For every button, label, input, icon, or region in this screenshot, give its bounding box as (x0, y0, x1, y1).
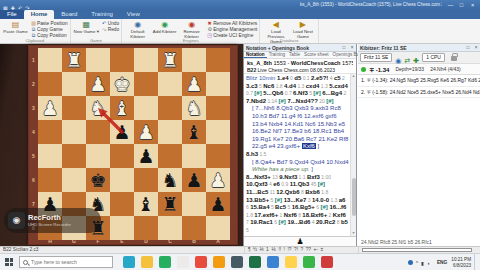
move-text[interactable]: 19...Bd6 (287, 219, 310, 225)
move-text[interactable]: 10.Qxf3 (246, 181, 268, 187)
taskbar-app-icon[interactable] (249, 256, 261, 268)
square-a2[interactable] (206, 72, 230, 96)
square-e4[interactable]: ♟ (110, 120, 134, 144)
square-b3[interactable]: ♞ (182, 96, 206, 120)
redo-button[interactable]: ↷Redo (101, 26, 119, 32)
square-c2[interactable] (158, 72, 182, 96)
square-a4[interactable] (206, 120, 230, 144)
show-desktop-button[interactable] (474, 254, 477, 270)
square-b5[interactable] (182, 144, 206, 168)
square-e7[interactable] (110, 192, 134, 216)
square-a7[interactable]: ♟ (206, 192, 230, 216)
default-kibitzer-icon: ◉ (134, 21, 141, 29)
header-text: 1575 (341, 60, 354, 66)
watermark-title: RecForth (28, 214, 71, 222)
move-text[interactable]: 15.Ba4 (250, 204, 269, 210)
notation-scrollbar[interactable]: ▲ ▼ (350, 74, 356, 236)
clock-time: 10:21 PM (451, 257, 471, 262)
piece-white-knight[interactable]: ♞ (185, 97, 202, 119)
move-text[interactable]: Nxf6 (284, 212, 297, 218)
move-text[interactable]: 17.exf6+ (254, 212, 278, 218)
button-label: Create UCI Engine (213, 33, 253, 38)
notation-block: Blitz 10min 1.e4 0 d5 0.1 2.e5?! 4 c5 2 … (246, 75, 349, 105)
move-annotation: 1.1 (297, 174, 307, 180)
move-annotation: 1.3 (296, 83, 306, 89)
minimize-button[interactable]: — (445, 0, 456, 10)
move-text[interactable]: 13...Ke7 (284, 197, 307, 203)
piece-white-pawn[interactable]: ♟ (137, 121, 154, 143)
ribbon-tab-view[interactable]: View (120, 10, 147, 19)
notation-tab-training[interactable]: Training (267, 52, 287, 58)
scroll-up-icon[interactable]: ▲ (351, 74, 356, 79)
piece-black-knight[interactable]: ♞ (161, 169, 178, 191)
square-c1[interactable]: ♜ (158, 48, 182, 72)
move-annotation: 1.8 (320, 189, 328, 195)
new-game--button[interactable]: ▦New Game ▾ (73, 20, 100, 38)
move-annotation: [#] (318, 181, 325, 187)
move-annotation: 2 (342, 90, 346, 96)
notation-block: 8...Nxf3+ 13 9.Nxf3 1.1 Bxf3 1:00 10.Qxf… (246, 174, 349, 235)
taskbar-app-icon[interactable] (267, 256, 279, 268)
move-annotation: Blitz 10min (246, 75, 277, 81)
taskbar-app-icon[interactable] (231, 256, 243, 268)
rank-label-4: 4 (29, 120, 38, 144)
move-text[interactable]: 14.0-0 (312, 197, 329, 203)
engine-status-dot (361, 67, 366, 72)
square-h6[interactable] (38, 168, 62, 192)
move-text[interactable]: 7...Nxd4?? (288, 98, 318, 104)
square-d7[interactable]: ♝ (134, 192, 158, 216)
engine-line[interactable]: 1. ∓ (-1.34): 24.Ng5 Nxg5 25.Rxg5 Ke6 26… (358, 75, 480, 87)
engine-progress-bar (362, 248, 472, 252)
square-b6[interactable]: ♟ (182, 168, 206, 192)
header-text: B22 (247, 67, 256, 73)
lock-icon[interactable] (451, 56, 457, 61)
square-h5[interactable] (38, 144, 62, 168)
move-text[interactable]: cxd4 (306, 83, 320, 89)
square-e3[interactable]: ♝ (110, 96, 134, 120)
move-annotation: 0.1 (301, 75, 311, 81)
move-text[interactable]: 6...Bg4 (322, 90, 342, 96)
move-list: Blitz 10min 1.e4 0 d5 0.1 2.e5?! 4 c5 2 … (244, 74, 351, 236)
move-annotation: [#] (313, 90, 322, 96)
players-line: ks_A_8th 1553 - WorldChessCoach 1575 ½-½ (247, 60, 353, 67)
square-e6[interactable] (110, 168, 134, 192)
move-text[interactable]: 3.c3 (246, 83, 258, 89)
notation-maximize-icon[interactable]: □ (340, 44, 348, 52)
piece-black-pawn[interactable]: ♟ (137, 145, 154, 167)
taskbar-app-icon[interactable] (123, 256, 135, 268)
maximize-button[interactable]: □ (456, 0, 467, 10)
paste-game-icon: ▤ (12, 21, 20, 29)
rank-label-2: 2 (29, 72, 38, 96)
piece-black-king[interactable]: ♚ (89, 169, 106, 191)
move-text[interactable]: 16.Bg5+ (292, 204, 315, 210)
engine-line[interactable]: 2. ∓ (-1.58): 24.Nd2 Nce5 25.dxe5+ Nxe5 … (358, 87, 480, 99)
square-g5[interactable] (62, 144, 86, 168)
move-text[interactable]: 16...f6 (329, 204, 346, 210)
redo-icon: ↷ (101, 27, 108, 33)
rank-label-6: 6 (29, 168, 38, 192)
button-label: Paste Position (37, 21, 68, 26)
move-annotation: White has a piece up. (252, 166, 310, 172)
notation-close-icon[interactable]: × (348, 44, 356, 52)
taskbar-app-icon[interactable] (303, 256, 315, 268)
move-annotation: 1.5 (258, 151, 266, 157)
ribbon-group-label: Database (260, 38, 318, 43)
watermark-subtitle: UHD Screen Recorder (28, 222, 71, 227)
header-text: Live Chess Chess.com 08.06.2023 (256, 67, 335, 73)
button-label: Copy Game (37, 27, 63, 32)
square-c3[interactable] (158, 96, 182, 120)
square-f4[interactable] (86, 120, 110, 144)
taskbar-app-icon[interactable] (213, 256, 225, 268)
square-b7[interactable] (182, 192, 206, 216)
square-h2[interactable] (38, 72, 62, 96)
square-f5[interactable] (86, 144, 110, 168)
header-text: 1553 - (272, 60, 291, 66)
system-tray: ^ ▮ ◖ ENG 10:21 PM 6/8/2023 (408, 254, 477, 270)
application-window: ▦✚↶↷ ks_A_8th (1553) - WorldChessCoach (… (0, 0, 480, 270)
load-next-game-button[interactable]: ▶Load Next Game (289, 20, 316, 38)
button-label: Redo (108, 27, 119, 32)
square-c5[interactable] (158, 144, 182, 168)
move-text[interactable]: ] (310, 166, 313, 172)
notation-panel-title: Notation + Openings Book □ × (244, 44, 356, 52)
button-label: Remove All Kibitzers (213, 21, 257, 26)
square-c8[interactable] (158, 216, 182, 240)
square-e5[interactable] (110, 144, 134, 168)
tray-app-icon[interactable] (408, 260, 413, 265)
board-pane: 12345678 HGFEDCBA ♜♜♟♚♟♟♞♝♞♟♟♝♟♚♞♟♟♟♞♝♜♟… (0, 44, 244, 246)
taskbar-app-icon[interactable] (195, 256, 207, 268)
recorder-watermark: ◉ RecForth UHD Screen Recorder (4, 208, 101, 233)
notation-tab-table[interactable]: Table (287, 52, 302, 58)
piece-white-pawn[interactable]: ♟ (209, 169, 226, 191)
move-annotation: 1.3 (319, 83, 329, 89)
square-e8[interactable] (110, 216, 134, 240)
ribbon-group-label: Game (71, 38, 121, 43)
windows-taskbar: ^ ▮ ◖ ENG 10:21 PM 6/8/2023 (0, 253, 480, 270)
scrollbar-thumb[interactable] (352, 178, 356, 216)
square-d4[interactable]: ♟ (134, 120, 158, 144)
move-annotation: 1.3 (329, 197, 339, 203)
evaluation-value: ∓ -1.34 (369, 66, 389, 73)
move-text[interactable]: 2.e5?! (311, 75, 328, 81)
piece-white-king[interactable]: ♚ (113, 73, 130, 95)
move-text[interactable]: 13.Bb5+ (246, 197, 269, 203)
ribbon-group-clipboard: ▤Paste Game▥Paste Position⧉Copy Game⧉Cop… (0, 19, 71, 43)
load-next-game-icon: ▶ (300, 21, 306, 29)
header-text: WorldChessCoach (291, 60, 341, 66)
piece-white-pawn[interactable]: ♟ (185, 73, 202, 95)
notation-tab-notation[interactable]: Notation (244, 52, 267, 58)
square-d3[interactable] (134, 96, 158, 120)
square-g6[interactable] (62, 168, 86, 192)
load-previous-game-button[interactable]: ◀Load Previous Game (262, 20, 289, 38)
load-previous-game-icon: ◀ (273, 21, 279, 29)
square-h3[interactable]: ♟ (38, 96, 62, 120)
current-move[interactable]: Kxf6 (302, 143, 316, 149)
event-line: B22 Live Chess Chess.com 08.06.2023 (247, 67, 353, 73)
close-button[interactable]: × (467, 0, 478, 10)
button-label: Paste Game (3, 30, 27, 35)
piece-white-rook[interactable]: ♜ (161, 49, 178, 71)
move-text[interactable]: 19.Rac1 (250, 219, 273, 225)
square-a3[interactable] (206, 96, 230, 120)
engine-main-line: 24.Nfd2 Rfc8 25.Nf1 b5 26.Rfc1 (361, 239, 477, 245)
square-b8[interactable] (182, 216, 206, 240)
ribbon-group-game: ▦New Game ▾↶Undo↷RedoGame (71, 19, 122, 43)
piece-white-knight[interactable]: ♞ (89, 97, 106, 119)
move-text[interactable]: 1.e4 (277, 75, 289, 81)
move-text[interactable]: 11.Qb3 (290, 181, 310, 187)
square-a8[interactable] (206, 216, 230, 240)
move-annotation: [#] (254, 90, 263, 96)
move-text[interactable]: [ 8.Qa4+ Bd7 9.Qxd4 Qxd4 10.Nxd4 (252, 159, 349, 165)
ribbon-group-database: ◀Load Previous Game▶Load Next GameDataba… (260, 19, 319, 43)
square-a6[interactable]: ♟ (206, 168, 230, 192)
language-indicator[interactable]: ENG (437, 260, 447, 265)
engine-toolbar: Fritz 11 SE ◉⇄✚ 1 CPU (358, 52, 480, 64)
piece-white-rook[interactable]: ♜ (65, 49, 82, 71)
move-text[interactable]: 4.d4 (284, 83, 296, 89)
square-h1[interactable] (38, 48, 62, 72)
status-bar: B22 Sicilian 2.c3 ¶½⅓1⅙!!!!??!???+-± (0, 246, 480, 253)
add-kibitzer-icon: ◉ (161, 21, 168, 29)
move-text[interactable]: c5 (334, 75, 341, 81)
taskbar-app-icon[interactable] (285, 256, 297, 268)
move-text[interactable]: 5.cxd4 (329, 83, 348, 89)
move-annotation: 1:00 (320, 174, 331, 180)
move-annotation: [#] (275, 197, 284, 203)
move-annotation: 0.9 (280, 181, 290, 187)
move-text[interactable]: Kxf6 (333, 212, 346, 218)
ribbon-group-engines: ◉Default Kibitzer◉Add Kibitzer◉Remove Ki… (122, 19, 260, 43)
ribbon-group-label: Clipboard (0, 38, 70, 43)
rank-label-3: 3 (29, 96, 38, 120)
square-g1[interactable]: ♜ (62, 48, 86, 72)
remove-kibitzer-button[interactable]: ◉Remove Kibitzer (178, 20, 205, 38)
rank-label-5: 5 (29, 144, 38, 168)
piece-black-pawn[interactable]: ♟ (113, 121, 130, 143)
button-label: Undo (108, 21, 119, 26)
taskbar-app-icon[interactable] (159, 256, 171, 268)
switch-engine-icon[interactable]: ⇄ (404, 57, 410, 64)
piece-black-bishop[interactable]: ♝ (137, 193, 154, 215)
ribbon: ▤Paste Game▥Paste Position⧉Copy Game⧉Cop… (0, 19, 480, 44)
move-text[interactable]: 8...Nxf3+ (246, 174, 271, 180)
square-d6[interactable] (134, 168, 158, 192)
move-text[interactable]: e6 (273, 181, 280, 187)
title-bar: ▦✚↶↷ ks_A_8th (1553) - WorldChessCoach (… (0, 0, 480, 10)
piece-black-pawn[interactable]: ♟ (185, 169, 202, 191)
notation-tab-score-sheet[interactable]: Score sheet (302, 52, 331, 58)
square-f1[interactable] (86, 48, 110, 72)
square-f2[interactable]: ♟ (86, 72, 110, 96)
move-annotation: 1.8 (274, 83, 284, 89)
piece-black-rook[interactable]: ♜ (161, 193, 178, 215)
square-b1[interactable] (182, 48, 206, 72)
square-e1[interactable] (110, 48, 134, 72)
move-text[interactable]: Nc6 (263, 83, 274, 89)
piece-white-bishop[interactable]: ♝ (113, 97, 130, 119)
move-text[interactable]: b5 (341, 219, 348, 225)
ribbon-tab-training[interactable]: Training (84, 10, 119, 19)
taskbar-app-icons (123, 256, 333, 268)
move-annotation: 13 (271, 174, 279, 180)
move-text[interactable]: 9.Nxf3 (279, 174, 297, 180)
move-annotation: 45 (309, 181, 317, 187)
taskbar-app-icon[interactable] (141, 256, 153, 268)
search-input[interactable] (31, 259, 101, 265)
square-c7[interactable]: ♜ (158, 192, 182, 216)
button-label: Add Kibitzer (153, 30, 177, 35)
move-text[interactable]: 20.Rc2 (316, 219, 335, 225)
square-b4[interactable]: ♝ (182, 120, 206, 144)
button-label: Engine Management (213, 27, 257, 32)
square-f3[interactable]: ♞ (86, 96, 110, 120)
piece-black-bishop[interactable]: ♝ (185, 121, 202, 143)
rank-label-1: 1 (29, 48, 38, 72)
engine-lines: 1. ∓ (-1.34): 24.Ng5 Nxg5 25.Rxg5 Ke6 26… (358, 75, 480, 98)
default-kibitzer-button[interactable]: ◉Default Kibitzer (124, 20, 151, 38)
move-text[interactable]: 18.Bxf6+ (302, 212, 327, 218)
add-line-icon[interactable]: ✚ (413, 57, 419, 64)
square-d5[interactable]: ♟ (134, 144, 158, 168)
square-c4[interactable] (158, 120, 182, 144)
undo-icon: ↶ (101, 20, 108, 26)
move-annotation: 20 (318, 98, 326, 104)
move-annotation: 1:14 (266, 98, 279, 104)
clock-date: 6/8/2023 (451, 263, 471, 268)
search-depth: Depth=19/33 (395, 66, 424, 72)
taskbar-search[interactable] (19, 256, 113, 268)
move-annotation: 0.7 (283, 90, 293, 96)
square-h4[interactable] (38, 120, 62, 144)
cpu-count-button[interactable]: 1 CPU (422, 53, 445, 62)
notation-block: [ 7...Nh6 8.Qb3 Qxb3 9.axb3 Rc8 10.h3 Bd… (246, 105, 349, 151)
move-text[interactable]: 8.h3 (246, 151, 258, 157)
search-icon (23, 260, 28, 265)
square-d8[interactable] (134, 216, 158, 240)
square-b2[interactable]: ♟ (182, 72, 206, 96)
taskbar-clock[interactable]: 10:21 PM 6/8/2023 (451, 257, 471, 268)
taskbar-app-icon[interactable] (321, 256, 333, 268)
notation-block: 8.h3 1.5 (246, 151, 349, 159)
move-text[interactable]: 7.Nbd2 (246, 98, 266, 104)
engine-panel: Kibitzer: Fritz 11 SE □ × Fritz 11 SE ◉⇄… (358, 44, 480, 246)
move-text[interactable]: 11...Bc5 (246, 189, 268, 195)
ribbon-tab-file[interactable]: File (0, 10, 24, 19)
square-d2[interactable] (134, 72, 158, 96)
move-annotation: 5 (246, 227, 249, 233)
taskbar-app-icon[interactable] (177, 256, 189, 268)
engine-close-icon[interactable]: × (472, 44, 480, 52)
square-f6[interactable]: ♚ (86, 168, 110, 192)
move-text[interactable]: ] (316, 143, 319, 149)
engine-maximize-icon[interactable]: □ (464, 44, 472, 52)
add-kibitzer-button[interactable]: ◉Add Kibitzer (151, 20, 178, 38)
square-g3[interactable] (62, 96, 86, 120)
move-text[interactable]: Bc5 (275, 204, 286, 210)
square-a1[interactable] (206, 48, 230, 72)
move-text[interactable]: Bxb6 (305, 189, 320, 195)
start-button[interactable] (5, 258, 13, 266)
main-content: 12345678 HGFEDCBA ♜♜♟♚♟♟♞♝♞♟♟♝♟♚♞♟♟♟♞♝♜♟… (0, 44, 480, 246)
notation-block: [ 8.Qa4+ Bd7 9.Qxd4 Qxd4 10.Nxd4 White h… (246, 159, 349, 174)
square-g4[interactable] (62, 120, 86, 144)
material-balance: ♟ (244, 236, 356, 246)
game-header: ks_A_8th 1553 - WorldChessCoach 1575 ½-½… (244, 59, 356, 74)
network-icon[interactable]: ▮ (421, 260, 424, 266)
ribbon-tab-bar: FileHomeBoardTrainingView (0, 10, 480, 19)
move-text[interactable]: Bxf3 (307, 174, 320, 180)
paste-game-button[interactable]: ▤Paste Game (2, 20, 29, 38)
ribbon-tab-board[interactable]: Board (54, 10, 84, 19)
current-search-move: 24.Nh4 (4/43) (430, 66, 461, 72)
tray-chevron-icon[interactable]: ^ (416, 260, 418, 266)
header-text: ks_A_8th (247, 60, 272, 66)
engine-eval-row: ∓ -1.34 Depth=19/33 24.Nh4 (4/43) (358, 64, 480, 75)
camera-icon: ◉ (8, 212, 25, 229)
square-d1[interactable] (134, 48, 158, 72)
move-text[interactable]: 6.Nf3 (293, 90, 308, 96)
engine-select-button[interactable]: Fritz 11 SE (360, 53, 392, 62)
piece-white-pawn[interactable]: ♟ (41, 97, 58, 119)
new-game--icon: ▦ (82, 21, 90, 29)
remove-kibitzer-icon: ◉ (188, 21, 195, 29)
volume-icon[interactable]: ◖ (427, 260, 430, 266)
window-title: ks_A_8th (1553) - WorldChessCoach (1575)… (300, 0, 442, 10)
move-annotation: 2 (341, 75, 345, 81)
button-label: New Game ▾ (73, 30, 98, 35)
engine-icon[interactable]: ◉ (395, 57, 401, 64)
notation-panel: Notation + Openings Book □ × NotationTra… (244, 44, 357, 246)
square-c6[interactable]: ♞ (158, 168, 182, 192)
move-text[interactable]: a6 (339, 197, 346, 203)
ribbon-tab-home[interactable]: Home (24, 10, 55, 19)
piece-black-pawn[interactable]: ♟ (209, 193, 226, 215)
move-text[interactable]: 12.Qxb6 (276, 189, 299, 195)
move-annotation: [#] (279, 98, 288, 104)
square-g2[interactable] (62, 72, 86, 96)
square-a5[interactable] (206, 144, 230, 168)
piece-white-pawn[interactable]: ♟ (89, 73, 106, 95)
move-annotation: [#] (326, 98, 333, 104)
ribbon-group-label: Engines (122, 38, 259, 43)
notation-tabs: NotationTrainingTableScore sheetOpenings… (244, 52, 356, 59)
move-text[interactable]: [ 7...Nh6 8.Qb3 Qxb3 9.axb3 Rc8 10.h3 Bd… (252, 105, 348, 149)
move-text[interactable]: 5...Qb6 (263, 90, 283, 96)
square-e2[interactable]: ♚ (110, 72, 134, 96)
